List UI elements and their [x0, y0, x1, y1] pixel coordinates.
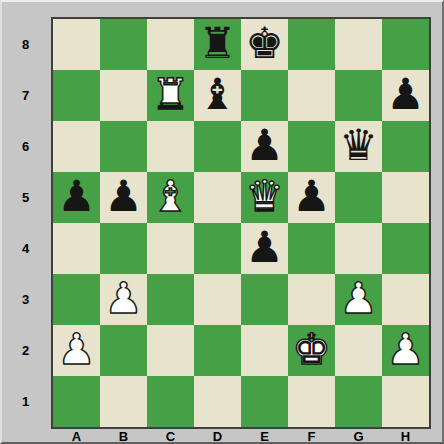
square-g2[interactable] — [335, 325, 382, 376]
square-f1[interactable] — [288, 376, 335, 427]
square-a8[interactable] — [53, 19, 100, 70]
black-pawn-f5: ♟ — [292, 172, 331, 222]
square-g7[interactable] — [335, 70, 382, 121]
square-e8[interactable]: ♚ — [241, 19, 288, 70]
square-h5[interactable] — [382, 172, 429, 223]
square-c8[interactable] — [147, 19, 194, 70]
square-e6[interactable]: ♟ — [241, 121, 288, 172]
rank-label-6: 6 — [2, 121, 49, 172]
square-e1[interactable] — [241, 376, 288, 427]
board: ♜♚♜♝♟♟♛♟♟♝♛♟♟♟♟♟♚♟ — [51, 17, 431, 429]
file-label-d: D — [194, 428, 241, 444]
square-a1[interactable] — [53, 376, 100, 427]
white-bishop-c5: ♝ — [151, 172, 190, 222]
square-b6[interactable] — [100, 121, 147, 172]
square-c7[interactable]: ♜ — [147, 70, 194, 121]
rank-label-3: 3 — [2, 274, 49, 325]
square-e4[interactable]: ♟ — [241, 223, 288, 274]
square-e5[interactable]: ♛ — [241, 172, 288, 223]
square-d1[interactable] — [194, 376, 241, 427]
square-c2[interactable] — [147, 325, 194, 376]
square-g3[interactable]: ♟ — [335, 274, 382, 325]
black-pawn-e6: ♟ — [245, 121, 284, 171]
black-pawn-e4: ♟ — [245, 223, 284, 273]
square-f4[interactable] — [288, 223, 335, 274]
square-b8[interactable] — [100, 19, 147, 70]
white-queen-e5: ♛ — [245, 172, 284, 222]
square-g5[interactable] — [335, 172, 382, 223]
square-a3[interactable] — [53, 274, 100, 325]
rank-label-5: 5 — [2, 172, 49, 223]
square-b1[interactable] — [100, 376, 147, 427]
square-d8[interactable]: ♜ — [194, 19, 241, 70]
file-label-a: A — [53, 428, 100, 444]
square-g1[interactable] — [335, 376, 382, 427]
square-d2[interactable] — [194, 325, 241, 376]
square-d5[interactable] — [194, 172, 241, 223]
square-a4[interactable] — [53, 223, 100, 274]
black-pawn-b5: ♟ — [104, 172, 143, 222]
square-b4[interactable] — [100, 223, 147, 274]
square-c6[interactable] — [147, 121, 194, 172]
square-f5[interactable]: ♟ — [288, 172, 335, 223]
black-king-e8: ♚ — [245, 19, 284, 69]
square-a7[interactable] — [53, 70, 100, 121]
file-label-e: E — [241, 428, 288, 444]
file-label-b: B — [100, 428, 147, 444]
file-label-h: H — [382, 428, 429, 444]
file-label-g: G — [335, 428, 382, 444]
board-frame: ♜♚♜♝♟♟♛♟♟♝♛♟♟♟♟♟♚♟ 87654321 ABCDEFGH — [0, 0, 444, 444]
white-pawn-a2: ♟ — [57, 325, 96, 375]
square-f2[interactable]: ♚ — [288, 325, 335, 376]
rank-label-1: 1 — [2, 376, 49, 427]
square-h7[interactable]: ♟ — [382, 70, 429, 121]
square-c4[interactable] — [147, 223, 194, 274]
square-h3[interactable] — [382, 274, 429, 325]
black-bishop-d7: ♝ — [198, 70, 237, 120]
square-d3[interactable] — [194, 274, 241, 325]
square-d7[interactable]: ♝ — [194, 70, 241, 121]
rank-label-2: 2 — [2, 325, 49, 376]
square-f7[interactable] — [288, 70, 335, 121]
square-b5[interactable]: ♟ — [100, 172, 147, 223]
rank-label-4: 4 — [2, 223, 49, 274]
file-label-f: F — [288, 428, 335, 444]
square-f8[interactable] — [288, 19, 335, 70]
square-e2[interactable] — [241, 325, 288, 376]
square-g4[interactable] — [335, 223, 382, 274]
rank-label-8: 8 — [2, 19, 49, 70]
square-b7[interactable] — [100, 70, 147, 121]
square-d6[interactable] — [194, 121, 241, 172]
square-b2[interactable] — [100, 325, 147, 376]
square-b3[interactable]: ♟ — [100, 274, 147, 325]
white-pawn-h2: ♟ — [386, 325, 425, 375]
file-label-c: C — [147, 428, 194, 444]
square-f6[interactable] — [288, 121, 335, 172]
rank-label-7: 7 — [2, 70, 49, 121]
black-rook-d8: ♜ — [198, 19, 237, 69]
black-pawn-a5: ♟ — [57, 172, 96, 222]
square-h8[interactable] — [382, 19, 429, 70]
square-e7[interactable] — [241, 70, 288, 121]
square-c5[interactable]: ♝ — [147, 172, 194, 223]
square-g8[interactable] — [335, 19, 382, 70]
square-f3[interactable] — [288, 274, 335, 325]
white-pawn-b3: ♟ — [104, 274, 143, 324]
square-c3[interactable] — [147, 274, 194, 325]
square-h2[interactable]: ♟ — [382, 325, 429, 376]
white-pawn-g3: ♟ — [339, 274, 378, 324]
square-a5[interactable]: ♟ — [53, 172, 100, 223]
square-c1[interactable] — [147, 376, 194, 427]
square-h6[interactable] — [382, 121, 429, 172]
square-h4[interactable] — [382, 223, 429, 274]
square-e3[interactable] — [241, 274, 288, 325]
white-king-f2: ♚ — [292, 325, 331, 375]
white-rook-c7: ♜ — [151, 70, 190, 120]
square-h1[interactable] — [382, 376, 429, 427]
black-pawn-h7: ♟ — [386, 70, 425, 120]
square-d4[interactable] — [194, 223, 241, 274]
square-a2[interactable]: ♟ — [53, 325, 100, 376]
square-g6[interactable]: ♛ — [335, 121, 382, 172]
black-queen-g6: ♛ — [339, 121, 378, 171]
square-a6[interactable] — [53, 121, 100, 172]
